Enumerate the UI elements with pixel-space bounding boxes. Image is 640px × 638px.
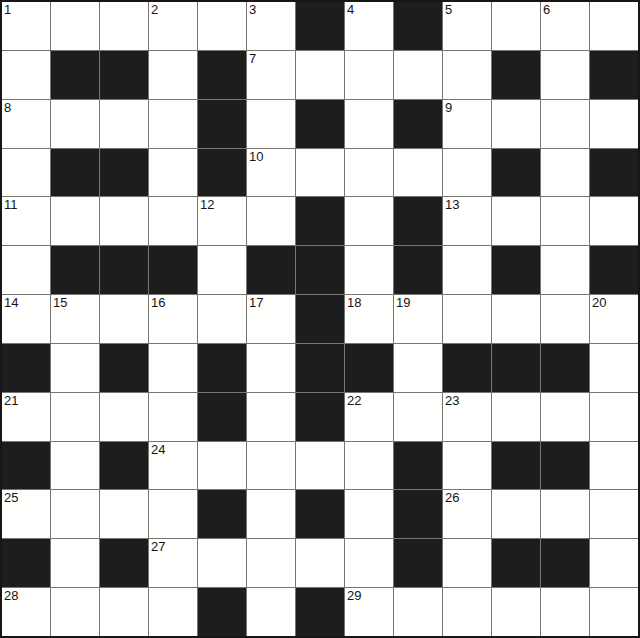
white-cell[interactable]: [492, 490, 540, 538]
white-cell[interactable]: [247, 344, 295, 392]
white-cell[interactable]: [100, 2, 148, 50]
white-cell[interactable]: [443, 295, 491, 343]
clue-number: 20: [592, 295, 606, 310]
white-cell[interactable]: [149, 393, 197, 441]
white-cell[interactable]: [296, 149, 344, 197]
white-cell[interactable]: 13: [443, 197, 491, 245]
clue-number: 27: [151, 539, 165, 554]
white-cell[interactable]: [541, 490, 589, 538]
clue-number: 7: [249, 51, 256, 66]
clue-number: 21: [4, 393, 18, 408]
black-cell: [394, 490, 442, 538]
white-cell[interactable]: 4: [345, 2, 393, 50]
white-cell[interactable]: [247, 490, 295, 538]
white-cell[interactable]: [443, 51, 491, 99]
white-cell[interactable]: [590, 2, 638, 50]
crossword-board: 1234567891011121314151617181920212223242…: [0, 0, 640, 638]
white-cell[interactable]: [247, 442, 295, 490]
white-cell[interactable]: 9: [443, 100, 491, 148]
clue-number: 22: [347, 393, 361, 408]
white-cell[interactable]: [394, 588, 442, 636]
white-cell[interactable]: 23: [443, 393, 491, 441]
clue-number: 23: [445, 393, 459, 408]
white-cell[interactable]: [590, 539, 638, 587]
clue-number: 4: [347, 2, 354, 17]
white-cell[interactable]: 25: [2, 490, 50, 538]
black-cell: [296, 2, 344, 50]
white-cell[interactable]: [100, 588, 148, 636]
black-cell: [2, 539, 50, 587]
white-cell[interactable]: 12: [198, 197, 246, 245]
white-cell[interactable]: [345, 539, 393, 587]
clue-number: 15: [53, 295, 67, 310]
black-cell: [100, 149, 148, 197]
black-cell: [100, 246, 148, 294]
clue-number: 18: [347, 295, 361, 310]
white-cell[interactable]: [541, 295, 589, 343]
black-cell: [590, 149, 638, 197]
black-cell: [296, 490, 344, 538]
white-cell[interactable]: [296, 51, 344, 99]
white-cell[interactable]: [100, 490, 148, 538]
black-cell: [492, 539, 540, 587]
white-cell[interactable]: [149, 344, 197, 392]
black-cell: [394, 442, 442, 490]
clue-number: 11: [4, 197, 18, 212]
white-cell[interactable]: [541, 588, 589, 636]
black-cell: [492, 149, 540, 197]
white-cell[interactable]: [198, 2, 246, 50]
black-cell: [149, 246, 197, 294]
black-cell: [198, 149, 246, 197]
black-cell: [394, 100, 442, 148]
white-cell[interactable]: [345, 149, 393, 197]
white-cell[interactable]: [198, 295, 246, 343]
white-cell[interactable]: 6: [541, 2, 589, 50]
black-cell: [100, 539, 148, 587]
white-cell[interactable]: 26: [443, 490, 491, 538]
white-cell[interactable]: [541, 197, 589, 245]
black-cell: [345, 344, 393, 392]
white-cell[interactable]: [51, 344, 99, 392]
black-cell: [198, 344, 246, 392]
black-cell: [51, 149, 99, 197]
white-cell[interactable]: [51, 393, 99, 441]
white-cell[interactable]: 21: [2, 393, 50, 441]
black-cell: [492, 246, 540, 294]
white-cell[interactable]: [100, 100, 148, 148]
white-cell[interactable]: [541, 246, 589, 294]
black-cell: [51, 246, 99, 294]
clue-number: 13: [445, 197, 459, 212]
black-cell: [590, 246, 638, 294]
white-cell[interactable]: 17: [247, 295, 295, 343]
white-cell[interactable]: 5: [443, 2, 491, 50]
black-cell: [198, 588, 246, 636]
white-cell[interactable]: [345, 51, 393, 99]
clue-number: 8: [4, 100, 11, 115]
black-cell: [492, 442, 540, 490]
white-cell[interactable]: [51, 539, 99, 587]
black-cell: [541, 539, 589, 587]
black-cell: [296, 295, 344, 343]
white-cell[interactable]: [443, 149, 491, 197]
white-cell[interactable]: 27: [149, 539, 197, 587]
white-cell[interactable]: 3: [247, 2, 295, 50]
white-cell[interactable]: [590, 197, 638, 245]
white-cell[interactable]: [51, 100, 99, 148]
white-cell[interactable]: [345, 197, 393, 245]
black-cell: [198, 393, 246, 441]
white-cell[interactable]: [492, 393, 540, 441]
white-cell[interactable]: [345, 100, 393, 148]
white-cell[interactable]: [492, 197, 540, 245]
white-cell[interactable]: [394, 149, 442, 197]
black-cell: [247, 246, 295, 294]
white-cell[interactable]: [149, 197, 197, 245]
white-cell[interactable]: [51, 490, 99, 538]
black-cell: [100, 51, 148, 99]
clue-number: 12: [200, 197, 214, 212]
clue-number: 29: [347, 588, 361, 603]
white-cell[interactable]: [345, 490, 393, 538]
white-cell[interactable]: 8: [2, 100, 50, 148]
white-cell[interactable]: [492, 2, 540, 50]
white-cell[interactable]: [198, 442, 246, 490]
black-cell: [394, 246, 442, 294]
black-cell: [590, 51, 638, 99]
white-cell[interactable]: [149, 490, 197, 538]
white-cell[interactable]: [590, 442, 638, 490]
white-cell[interactable]: [541, 100, 589, 148]
white-cell[interactable]: [51, 197, 99, 245]
white-cell[interactable]: 18: [345, 295, 393, 343]
white-cell[interactable]: [149, 100, 197, 148]
black-cell: [541, 442, 589, 490]
clue-number: 19: [396, 295, 410, 310]
clue-number: 6: [543, 2, 550, 17]
black-cell: [2, 442, 50, 490]
clue-number: 16: [151, 295, 165, 310]
clue-number: 9: [445, 100, 452, 115]
white-cell[interactable]: [247, 197, 295, 245]
clue-number: 17: [249, 295, 263, 310]
clue-number: 1: [4, 2, 11, 17]
white-cell[interactable]: [2, 51, 50, 99]
white-cell[interactable]: 16: [149, 295, 197, 343]
black-cell: [296, 197, 344, 245]
white-cell[interactable]: [394, 344, 442, 392]
white-cell[interactable]: [51, 442, 99, 490]
white-cell[interactable]: [394, 393, 442, 441]
white-cell[interactable]: [149, 588, 197, 636]
white-cell[interactable]: [198, 246, 246, 294]
white-cell[interactable]: [443, 246, 491, 294]
white-cell[interactable]: [51, 588, 99, 636]
white-cell[interactable]: [296, 442, 344, 490]
white-cell[interactable]: 15: [51, 295, 99, 343]
black-cell: [443, 344, 491, 392]
clue-number: 2: [151, 2, 158, 17]
white-cell[interactable]: [590, 344, 638, 392]
white-cell[interactable]: [590, 588, 638, 636]
white-cell[interactable]: 22: [345, 393, 393, 441]
black-cell: [51, 51, 99, 99]
black-cell: [100, 442, 148, 490]
black-cell: [492, 51, 540, 99]
white-cell[interactable]: 14: [2, 295, 50, 343]
black-cell: [296, 344, 344, 392]
white-cell[interactable]: 2: [149, 2, 197, 50]
black-cell: [198, 490, 246, 538]
white-cell[interactable]: [443, 442, 491, 490]
white-cell[interactable]: [443, 539, 491, 587]
white-cell[interactable]: [443, 588, 491, 636]
white-cell[interactable]: [247, 100, 295, 148]
white-cell[interactable]: [590, 490, 638, 538]
white-cell[interactable]: 24: [149, 442, 197, 490]
clue-number: 14: [4, 295, 18, 310]
white-cell[interactable]: [296, 539, 344, 587]
white-cell[interactable]: 28: [2, 588, 50, 636]
clue-number: 26: [445, 490, 459, 505]
white-cell[interactable]: [198, 539, 246, 587]
white-cell[interactable]: [247, 588, 295, 636]
white-cell[interactable]: [394, 51, 442, 99]
black-cell: [296, 588, 344, 636]
clue-number: 10: [249, 149, 263, 164]
black-cell: [394, 197, 442, 245]
white-cell[interactable]: 10: [247, 149, 295, 197]
clue-number: 25: [4, 490, 18, 505]
white-cell[interactable]: [590, 393, 638, 441]
white-cell[interactable]: 7: [247, 51, 295, 99]
black-cell: [198, 51, 246, 99]
white-cell[interactable]: [541, 51, 589, 99]
white-cell[interactable]: [100, 197, 148, 245]
clue-number: 28: [4, 588, 18, 603]
white-cell[interactable]: [345, 246, 393, 294]
clue-number: 24: [151, 442, 165, 457]
white-cell[interactable]: [51, 2, 99, 50]
black-cell: [198, 100, 246, 148]
black-cell: [2, 344, 50, 392]
white-cell[interactable]: [345, 442, 393, 490]
white-cell[interactable]: [247, 539, 295, 587]
black-cell: [492, 344, 540, 392]
white-cell[interactable]: 29: [345, 588, 393, 636]
white-cell[interactable]: [541, 149, 589, 197]
black-cell: [394, 2, 442, 50]
white-cell[interactable]: [590, 100, 638, 148]
white-cell[interactable]: [149, 51, 197, 99]
white-cell[interactable]: [492, 295, 540, 343]
white-cell[interactable]: 19: [394, 295, 442, 343]
white-cell[interactable]: [247, 393, 295, 441]
white-cell[interactable]: [2, 149, 50, 197]
black-cell: [296, 393, 344, 441]
white-cell[interactable]: [100, 295, 148, 343]
black-cell: [296, 246, 344, 294]
white-cell[interactable]: 20: [590, 295, 638, 343]
white-cell[interactable]: [2, 246, 50, 294]
white-cell[interactable]: [149, 149, 197, 197]
black-cell: [296, 100, 344, 148]
black-cell: [394, 539, 442, 587]
white-cell[interactable]: 11: [2, 197, 50, 245]
white-cell[interactable]: 1: [2, 2, 50, 50]
white-cell[interactable]: [492, 588, 540, 636]
white-cell[interactable]: [541, 393, 589, 441]
clue-number: 5: [445, 2, 452, 17]
white-cell[interactable]: [492, 100, 540, 148]
black-cell: [100, 344, 148, 392]
white-cell[interactable]: [100, 393, 148, 441]
black-cell: [541, 344, 589, 392]
clue-number: 3: [249, 2, 256, 17]
